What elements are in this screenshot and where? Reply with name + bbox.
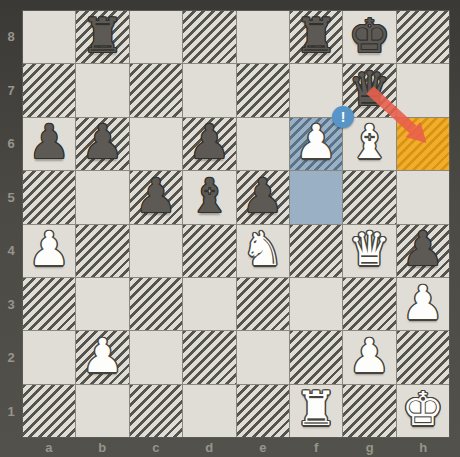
square-g4[interactable]: ♛: [343, 225, 395, 277]
square-f3[interactable]: [290, 278, 342, 330]
square-b6[interactable]: ♟: [76, 118, 128, 170]
file-label-c: c: [129, 437, 183, 457]
square-c5[interactable]: ♟: [130, 171, 182, 223]
square-e7[interactable]: [237, 64, 289, 116]
file-label-a: a: [22, 437, 76, 457]
file-label-g: g: [343, 437, 397, 457]
square-a4[interactable]: ♟: [23, 225, 75, 277]
square-c8[interactable]: [130, 11, 182, 63]
square-c7[interactable]: [130, 64, 182, 116]
square-a8[interactable]: [23, 11, 75, 63]
square-d5[interactable]: ♝: [183, 171, 235, 223]
black-pawn-c5: ♟: [135, 172, 177, 219]
square-e1[interactable]: [237, 385, 289, 437]
square-g6[interactable]: ♝: [343, 118, 395, 170]
white-pawn-h3: ♟: [402, 279, 444, 326]
white-bishop-g6: ♝: [348, 118, 390, 165]
file-label-d: d: [183, 437, 237, 457]
square-g3[interactable]: [343, 278, 395, 330]
good-move-badge-glyph: !: [341, 109, 346, 125]
square-e4[interactable]: ♞: [237, 225, 289, 277]
rank-label-6: 6: [0, 117, 22, 171]
black-king-g8: ♚: [348, 12, 390, 59]
square-g5[interactable]: [343, 171, 395, 223]
square-b5[interactable]: [76, 171, 128, 223]
square-c1[interactable]: [130, 385, 182, 437]
square-d6[interactable]: ♟: [183, 118, 235, 170]
square-f6[interactable]: ♟: [290, 118, 342, 170]
square-f2[interactable]: [290, 331, 342, 383]
black-bishop-d5: ♝: [188, 172, 230, 219]
board-area: ♜♜♚♛♟♟♟♟♝♟♝♟♟♞♛♟♟♟♟♜♚ !: [22, 10, 450, 438]
rank-label-1: 1: [0, 385, 22, 439]
white-pawn-a4: ♟: [28, 225, 70, 272]
square-c3[interactable]: [130, 278, 182, 330]
square-b4[interactable]: [76, 225, 128, 277]
square-c2[interactable]: [130, 331, 182, 383]
black-pawn-h4: ♟: [402, 225, 444, 272]
black-rook-b8: ♜: [81, 12, 123, 59]
square-a6[interactable]: ♟: [23, 118, 75, 170]
file-label-f: f: [290, 437, 344, 457]
square-d3[interactable]: [183, 278, 235, 330]
white-pawn-g2: ♟: [348, 332, 390, 379]
square-e3[interactable]: [237, 278, 289, 330]
square-h6[interactable]: [397, 118, 449, 170]
square-h8[interactable]: [397, 11, 449, 63]
rank-label-4: 4: [0, 224, 22, 278]
rank-label-5: 5: [0, 171, 22, 225]
file-label-b: b: [76, 437, 130, 457]
black-pawn-d6: ♟: [188, 118, 230, 165]
square-g8[interactable]: ♚: [343, 11, 395, 63]
square-a5[interactable]: [23, 171, 75, 223]
square-g1[interactable]: [343, 385, 395, 437]
chess-analysis-panel: 87654321 abcdefgh ♜♜♚♛♟♟♟♟♝♟♝♟♟♞♛♟♟♟♟♜♚ …: [0, 0, 460, 457]
square-d1[interactable]: [183, 385, 235, 437]
white-rook-f1: ♜: [295, 385, 337, 432]
chess-board: ♜♜♚♛♟♟♟♟♝♟♝♟♟♞♛♟♟♟♟♜♚: [22, 10, 450, 438]
white-king-h1: ♚: [402, 385, 444, 432]
square-c6[interactable]: [130, 118, 182, 170]
black-pawn-b6: ♟: [81, 118, 123, 165]
square-f8[interactable]: ♜: [290, 11, 342, 63]
square-h1[interactable]: ♚: [397, 385, 449, 437]
white-queen-g4: ♛: [348, 225, 390, 272]
file-label-h: h: [397, 437, 451, 457]
square-e5[interactable]: ♟: [237, 171, 289, 223]
black-rook-f8: ♜: [295, 12, 337, 59]
square-a1[interactable]: [23, 385, 75, 437]
square-h4[interactable]: ♟: [397, 225, 449, 277]
good-move-badge: !: [332, 106, 354, 128]
file-labels: abcdefgh: [22, 437, 450, 457]
square-h3[interactable]: ♟: [397, 278, 449, 330]
black-pawn-e5: ♟: [242, 172, 284, 219]
square-e8[interactable]: [237, 11, 289, 63]
black-pawn-a6: ♟: [28, 118, 70, 165]
rank-label-2: 2: [0, 331, 22, 385]
white-knight-e4: ♞: [242, 225, 284, 272]
rank-label-7: 7: [0, 64, 22, 118]
square-h7[interactable]: [397, 64, 449, 116]
square-e2[interactable]: [237, 331, 289, 383]
square-c4[interactable]: [130, 225, 182, 277]
square-a7[interactable]: [23, 64, 75, 116]
square-d4[interactable]: [183, 225, 235, 277]
square-d2[interactable]: [183, 331, 235, 383]
file-label-e: e: [236, 437, 290, 457]
square-h2[interactable]: [397, 331, 449, 383]
square-a2[interactable]: [23, 331, 75, 383]
square-b2[interactable]: ♟: [76, 331, 128, 383]
white-pawn-f6: ♟: [295, 118, 337, 165]
black-queen-g7: ♛: [348, 65, 390, 112]
square-f1[interactable]: ♜: [290, 385, 342, 437]
rank-labels: 87654321: [0, 10, 22, 438]
square-b8[interactable]: ♜: [76, 11, 128, 63]
square-b7[interactable]: [76, 64, 128, 116]
square-e6[interactable]: [237, 118, 289, 170]
square-d7[interactable]: [183, 64, 235, 116]
square-b1[interactable]: [76, 385, 128, 437]
square-a3[interactable]: [23, 278, 75, 330]
square-g2[interactable]: ♟: [343, 331, 395, 383]
square-d8[interactable]: [183, 11, 235, 63]
square-f4[interactable]: [290, 225, 342, 277]
white-pawn-b2: ♟: [81, 332, 123, 379]
square-b3[interactable]: [76, 278, 128, 330]
rank-label-3: 3: [0, 278, 22, 332]
rank-label-8: 8: [0, 10, 22, 64]
square-f5[interactable]: [290, 171, 342, 223]
square-h5[interactable]: [397, 171, 449, 223]
